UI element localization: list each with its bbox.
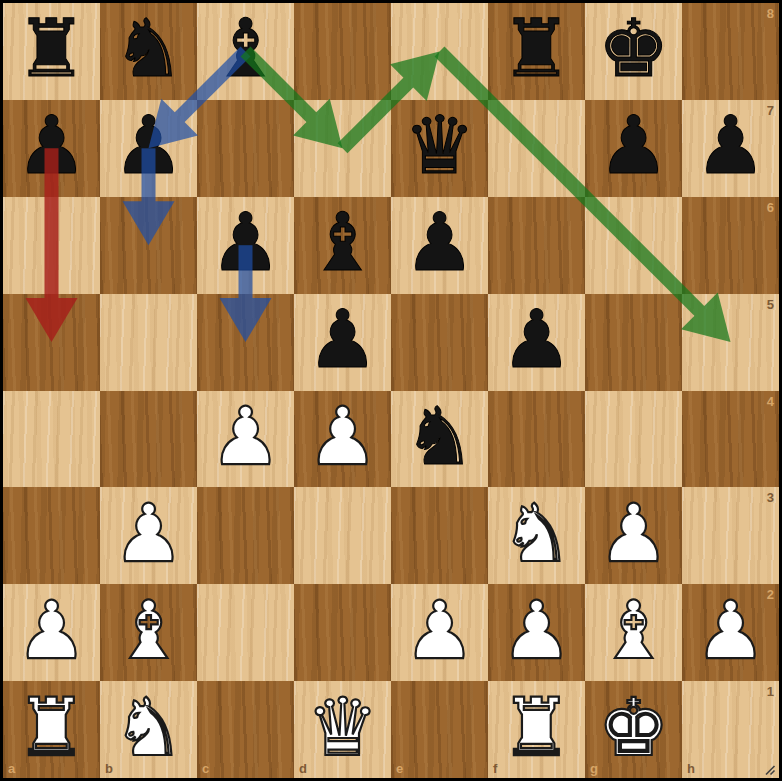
square-b1[interactable]: ♞b — [100, 681, 197, 778]
piece-white-knight[interactable]: ♞ — [113, 688, 185, 768]
square-g6[interactable] — [585, 197, 682, 294]
square-c5[interactable] — [197, 294, 294, 391]
piece-white-bishop[interactable]: ♝ — [598, 591, 670, 671]
piece-black-pawn[interactable]: ♟ — [695, 106, 767, 186]
square-f7[interactable] — [488, 100, 585, 197]
square-h7[interactable]: ♟7 — [682, 100, 779, 197]
square-d1[interactable]: ♛d — [294, 681, 391, 778]
square-f2[interactable]: ♟ — [488, 584, 585, 681]
square-g7[interactable]: ♟ — [585, 100, 682, 197]
square-e3[interactable] — [391, 487, 488, 584]
rank-label-8: 8 — [767, 6, 774, 21]
piece-black-pawn[interactable]: ♟ — [501, 300, 573, 380]
square-b4[interactable] — [100, 391, 197, 488]
piece-white-pawn[interactable]: ♟ — [16, 591, 88, 671]
square-g1[interactable]: ♚g — [585, 681, 682, 778]
file-label-h: h — [687, 761, 695, 776]
square-g4[interactable] — [585, 391, 682, 488]
square-e4[interactable]: ♞ — [391, 391, 488, 488]
piece-white-rook[interactable]: ♜ — [501, 688, 573, 768]
square-a7[interactable]: ♟ — [3, 100, 100, 197]
square-f3[interactable]: ♞ — [488, 487, 585, 584]
piece-black-pawn[interactable]: ♟ — [598, 106, 670, 186]
square-b6[interactable] — [100, 197, 197, 294]
file-label-a: a — [8, 761, 15, 776]
square-a4[interactable] — [3, 391, 100, 488]
square-a2[interactable]: ♟ — [3, 584, 100, 681]
chess-board: ♜♞♝♜♚8♟♟♛♟♟7♟♝♟6♟♟5♟♟♞4♟♞♟3♟♝♟♟♝♟2♜a♞bc♛… — [3, 3, 779, 778]
square-e8[interactable] — [391, 3, 488, 100]
square-h4[interactable]: 4 — [682, 391, 779, 488]
piece-white-pawn[interactable]: ♟ — [210, 397, 282, 477]
square-g8[interactable]: ♚ — [585, 3, 682, 100]
file-label-c: c — [202, 761, 209, 776]
square-f4[interactable] — [488, 391, 585, 488]
chess-board-screenshot: ♜♞♝♜♚8♟♟♛♟♟7♟♝♟6♟♟5♟♟♞4♟♞♟3♟♝♟♟♝♟2♜a♞bc♛… — [0, 0, 782, 781]
rank-label-4: 4 — [767, 394, 774, 409]
square-e2[interactable]: ♟ — [391, 584, 488, 681]
square-b3[interactable]: ♟ — [100, 487, 197, 584]
rank-label-1: 1 — [767, 684, 774, 699]
piece-black-queen[interactable]: ♛ — [404, 106, 476, 186]
square-b2[interactable]: ♝ — [100, 584, 197, 681]
square-d8[interactable] — [294, 3, 391, 100]
square-a1[interactable]: ♜a — [3, 681, 100, 778]
file-label-e: e — [396, 761, 403, 776]
piece-white-queen[interactable]: ♛ — [307, 688, 379, 768]
square-b7[interactable]: ♟ — [100, 100, 197, 197]
square-a6[interactable] — [3, 197, 100, 294]
square-e5[interactable] — [391, 294, 488, 391]
piece-white-rook[interactable]: ♜ — [16, 688, 88, 768]
piece-black-pawn[interactable]: ♟ — [16, 106, 88, 186]
piece-black-king[interactable]: ♚ — [598, 9, 670, 89]
square-a8[interactable]: ♜ — [3, 3, 100, 100]
piece-black-knight[interactable]: ♞ — [113, 9, 185, 89]
piece-black-rook[interactable]: ♜ — [501, 9, 573, 89]
piece-white-bishop[interactable]: ♝ — [113, 591, 185, 671]
piece-white-knight[interactable]: ♞ — [501, 494, 573, 574]
square-a3[interactable] — [3, 487, 100, 584]
square-f1[interactable]: ♜f — [488, 681, 585, 778]
square-e6[interactable]: ♟ — [391, 197, 488, 294]
square-b5[interactable] — [100, 294, 197, 391]
square-d6[interactable]: ♝ — [294, 197, 391, 294]
piece-white-pawn[interactable]: ♟ — [501, 591, 573, 671]
square-d3[interactable] — [294, 487, 391, 584]
square-d2[interactable] — [294, 584, 391, 681]
square-h3[interactable]: 3 — [682, 487, 779, 584]
square-c2[interactable] — [197, 584, 294, 681]
piece-white-pawn[interactable]: ♟ — [113, 494, 185, 574]
square-h8[interactable]: 8 — [682, 3, 779, 100]
rank-label-5: 5 — [767, 297, 774, 312]
rank-label-3: 3 — [767, 490, 774, 505]
piece-white-king[interactable]: ♚ — [598, 688, 670, 768]
square-c8[interactable]: ♝ — [197, 3, 294, 100]
rank-label-7: 7 — [767, 103, 774, 118]
square-c6[interactable]: ♟ — [197, 197, 294, 294]
square-f8[interactable]: ♜ — [488, 3, 585, 100]
square-c3[interactable] — [197, 487, 294, 584]
square-g2[interactable]: ♝ — [585, 584, 682, 681]
square-h5[interactable]: 5 — [682, 294, 779, 391]
piece-black-rook[interactable]: ♜ — [16, 9, 88, 89]
piece-white-pawn[interactable]: ♟ — [404, 591, 476, 671]
square-g3[interactable]: ♟ — [585, 487, 682, 584]
square-a5[interactable] — [3, 294, 100, 391]
board-resize-handle-icon[interactable] — [763, 763, 777, 777]
square-f6[interactable] — [488, 197, 585, 294]
piece-black-pawn[interactable]: ♟ — [307, 300, 379, 380]
piece-white-pawn[interactable]: ♟ — [695, 591, 767, 671]
piece-black-pawn[interactable]: ♟ — [210, 203, 282, 283]
piece-black-pawn[interactable]: ♟ — [113, 106, 185, 186]
piece-black-knight[interactable]: ♞ — [404, 397, 476, 477]
square-g5[interactable] — [585, 294, 682, 391]
file-label-f: f — [493, 761, 497, 776]
rank-label-6: 6 — [767, 200, 774, 215]
square-d4[interactable]: ♟ — [294, 391, 391, 488]
square-c1[interactable]: c — [197, 681, 294, 778]
piece-black-bishop[interactable]: ♝ — [307, 203, 379, 283]
square-f5[interactable]: ♟ — [488, 294, 585, 391]
square-c4[interactable]: ♟ — [197, 391, 294, 488]
square-h2[interactable]: ♟2 — [682, 584, 779, 681]
square-b8[interactable]: ♞ — [100, 3, 197, 100]
square-d7[interactable] — [294, 100, 391, 197]
piece-black-pawn[interactable]: ♟ — [404, 203, 476, 283]
piece-black-bishop[interactable]: ♝ — [210, 9, 282, 89]
square-c7[interactable] — [197, 100, 294, 197]
square-e7[interactable]: ♛ — [391, 100, 488, 197]
rank-label-2: 2 — [767, 587, 774, 602]
square-e1[interactable]: e — [391, 681, 488, 778]
square-h6[interactable]: 6 — [682, 197, 779, 294]
piece-white-pawn[interactable]: ♟ — [598, 494, 670, 574]
piece-white-pawn[interactable]: ♟ — [307, 397, 379, 477]
square-d5[interactable]: ♟ — [294, 294, 391, 391]
